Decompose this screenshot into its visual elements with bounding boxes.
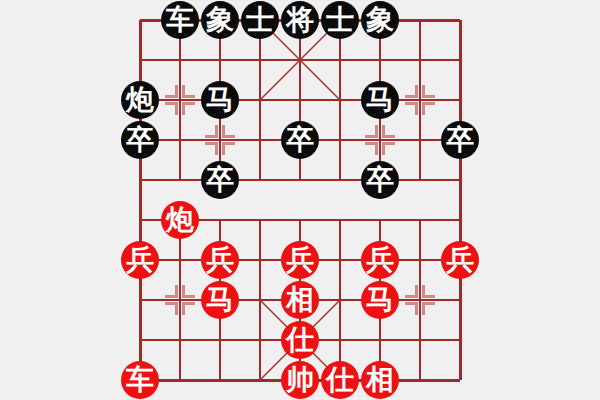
piece-black-elephant[interactable]: 象 — [361, 1, 399, 39]
piece-black-general[interactable]: 将 — [281, 1, 319, 39]
piece-red-horse[interactable]: 马 — [201, 281, 239, 319]
piece-black-soldier[interactable]: 卒 — [121, 121, 159, 159]
piece-red-elephant[interactable]: 相 — [361, 361, 399, 399]
piece-red-rook[interactable]: 车 — [121, 361, 159, 399]
piece-red-cannon[interactable]: 炮 — [161, 201, 199, 239]
xiangqi-board-screen: 车象士将士象炮马马卒卒卒卒卒炮兵兵兵兵兵马相马仕车帅仕相 — [0, 0, 600, 400]
piece-red-soldier[interactable]: 兵 — [361, 241, 399, 279]
piece-black-horse[interactable]: 马 — [201, 81, 239, 119]
piece-red-advisor[interactable]: 仕 — [281, 321, 319, 359]
piece-black-advisor[interactable]: 士 — [321, 1, 359, 39]
piece-black-cannon[interactable]: 炮 — [121, 81, 159, 119]
piece-black-advisor[interactable]: 士 — [241, 1, 279, 39]
piece-red-soldier[interactable]: 兵 — [441, 241, 479, 279]
piece-red-soldier[interactable]: 兵 — [281, 241, 319, 279]
piece-red-soldier[interactable]: 兵 — [121, 241, 159, 279]
piece-red-soldier[interactable]: 兵 — [201, 241, 239, 279]
piece-red-advisor[interactable]: 仕 — [321, 361, 359, 399]
piece-red-horse[interactable]: 马 — [361, 281, 399, 319]
piece-black-soldier[interactable]: 卒 — [281, 121, 319, 159]
piece-red-general[interactable]: 帅 — [281, 361, 319, 399]
piece-black-soldier[interactable]: 卒 — [201, 161, 239, 199]
piece-black-elephant[interactable]: 象 — [201, 1, 239, 39]
piece-black-soldier[interactable]: 卒 — [441, 121, 479, 159]
piece-red-elephant[interactable]: 相 — [281, 281, 319, 319]
piece-black-horse[interactable]: 马 — [361, 81, 399, 119]
piece-black-rook[interactable]: 车 — [161, 1, 199, 39]
piece-black-soldier[interactable]: 卒 — [361, 161, 399, 199]
